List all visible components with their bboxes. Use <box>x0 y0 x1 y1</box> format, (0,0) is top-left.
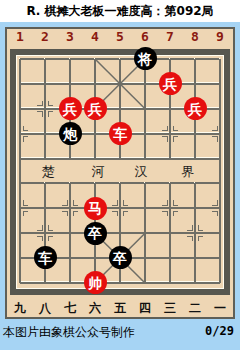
bottom-file-label-9: 一 <box>208 300 232 317</box>
move-counter: 0/29 <box>205 324 234 338</box>
piece-red-soldier[interactable]: 兵 <box>159 72 182 95</box>
bottom-file-label-3: 七 <box>58 300 82 317</box>
top-file-label-3: 3 <box>58 29 82 44</box>
piece-red-chariot[interactable]: 车 <box>109 122 132 145</box>
piece-red-soldier[interactable]: 兵 <box>59 97 82 120</box>
top-file-label-6: 6 <box>133 29 157 44</box>
bottom-file-label-1: 九 <box>8 300 32 317</box>
top-file-label-1: 1 <box>8 29 32 44</box>
bottom-file-label-5: 五 <box>108 300 132 317</box>
piece-black-cannon[interactable]: 炮 <box>59 122 82 145</box>
bottom-file-label-4: 六 <box>83 300 107 317</box>
top-file-label-9: 9 <box>208 29 232 44</box>
credit-text: 本图片由象棋公众号制作 <box>3 324 135 341</box>
puzzle-title: R. 棋摊大老板一难度高：第092局 <box>0 0 240 22</box>
bottom-file-label-2: 八 <box>33 300 57 317</box>
bottom-file-label-8: 二 <box>183 300 207 317</box>
top-file-label-5: 5 <box>108 29 132 44</box>
bottom-file-label-7: 三 <box>158 300 182 317</box>
piece-red-general[interactable]: 帅 <box>84 271 107 294</box>
piece-black-soldier[interactable]: 卒 <box>109 246 132 269</box>
top-file-label-4: 4 <box>83 29 107 44</box>
piece-black-chariot[interactable]: 车 <box>34 246 57 269</box>
top-file-label-7: 7 <box>158 29 182 44</box>
board[interactable]: 将兵兵兵兵炮车马卒车卒帅 <box>8 47 233 296</box>
bottom-file-label-6: 四 <box>133 300 157 317</box>
piece-red-soldier[interactable]: 兵 <box>84 97 107 120</box>
piece-black-soldier[interactable]: 卒 <box>84 222 107 245</box>
piece-red-soldier[interactable]: 兵 <box>184 97 207 120</box>
piece-red-horse[interactable]: 马 <box>84 197 107 220</box>
top-file-label-8: 8 <box>183 29 207 44</box>
piece-black-general[interactable]: 将 <box>134 47 157 70</box>
top-file-label-2: 2 <box>33 29 57 44</box>
